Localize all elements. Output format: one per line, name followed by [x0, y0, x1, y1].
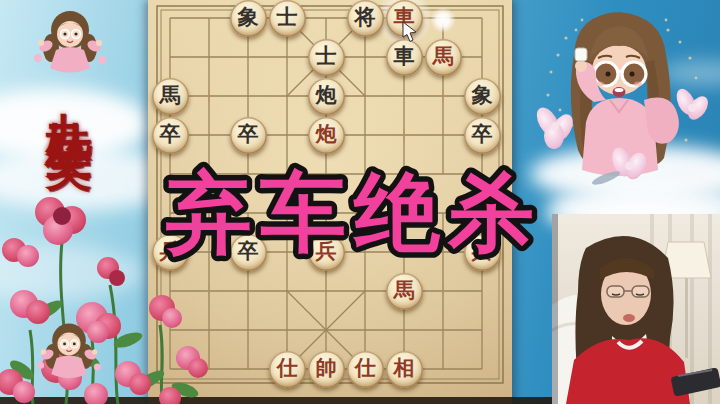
anime-girl-illustration — [518, 0, 720, 196]
piece-glyph: 仕 — [355, 358, 376, 379]
channel-name-vertical: 九妹笑笑 — [38, 74, 101, 344]
hand — [575, 60, 587, 72]
lamp-pole — [685, 278, 688, 358]
piece-glyph: 将 — [355, 7, 376, 28]
webcam-feed — [552, 214, 720, 404]
piece-glyph: 炮 — [316, 85, 337, 106]
piece-red-相-f6r9[interactable]: 相 — [386, 351, 423, 388]
piece-red-馬-f6r7[interactable]: 馬 — [386, 273, 423, 310]
piece-black-将-f5r0[interactable]: 将 — [347, 0, 384, 37]
small-jar — [575, 48, 587, 61]
mouth — [623, 314, 635, 322]
piece-glyph: 相 — [394, 358, 415, 379]
piece-red-仕-f3r9[interactable]: 仕 — [269, 351, 306, 388]
piece-glyph: 士 — [316, 46, 337, 67]
stream-screenshot: 象士将車士車馬馬炮象卒卒炮卒兵卒兵兵馬仕帥仕相 弃车绝杀 九妹笑笑 — [0, 0, 720, 404]
mouse-cursor — [402, 21, 418, 43]
piece-glyph: 炮 — [316, 124, 337, 145]
piece-black-士-f3r0[interactable]: 士 — [269, 0, 306, 37]
piece-black-馬-f0r2[interactable]: 馬 — [152, 78, 189, 115]
piece-black-士-f4r1[interactable]: 士 — [308, 39, 345, 76]
piece-glyph: 卒 — [472, 124, 493, 145]
piece-black-炮-f4r2[interactable]: 炮 — [308, 78, 345, 115]
piece-glyph: 象 — [472, 85, 493, 106]
piece-red-馬-f7r1[interactable]: 馬 — [425, 39, 462, 76]
piece-red-仕-f5r9[interactable]: 仕 — [347, 351, 384, 388]
piece-black-象-f8r2[interactable]: 象 — [464, 78, 501, 115]
chibi-girl-bottom-icon — [30, 316, 108, 386]
piece-black-象-f2r0[interactable]: 象 — [230, 0, 267, 37]
piece-glyph: 帥 — [316, 358, 337, 379]
piece-black-車-f6r1[interactable]: 車 — [386, 39, 423, 76]
piece-glyph: 馬 — [433, 46, 454, 67]
piece-glyph: 卒 — [238, 124, 259, 145]
piece-glyph: 士 — [277, 7, 298, 28]
piece-red-帥-f4r9[interactable]: 帥 — [308, 351, 345, 388]
piece-glyph: 仕 — [277, 358, 298, 379]
move-indicator-glow — [430, 7, 456, 33]
piece-glyph: 卒 — [160, 124, 181, 145]
piece-glyph: 馬 — [160, 85, 181, 106]
chibi-girl-top-icon — [26, 6, 114, 78]
piece-glyph: 馬 — [394, 280, 415, 301]
title-overlay: 弃车绝杀 — [158, 148, 570, 266]
piece-glyph: 車 — [394, 46, 415, 67]
piece-glyph: 象 — [238, 7, 259, 28]
title-text: 弃车绝杀 — [165, 162, 542, 262]
